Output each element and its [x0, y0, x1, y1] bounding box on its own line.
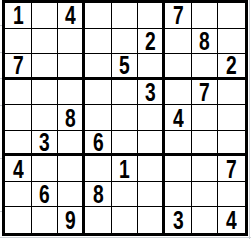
cell-r4c5[interactable] [112, 80, 139, 106]
given-digit: 3 [145, 80, 156, 105]
cell-r2c5[interactable] [112, 29, 139, 55]
given-digit: 4 [65, 3, 76, 28]
cell-r9c8[interactable] [192, 207, 219, 233]
cell-r6c6[interactable] [138, 131, 165, 157]
cell-r6c7[interactable] [165, 131, 192, 157]
cell-r6c8[interactable] [192, 131, 219, 157]
cell-r5c1[interactable] [5, 105, 32, 131]
given-digit: 8 [92, 182, 103, 207]
cell-r7c4[interactable] [85, 156, 112, 182]
cell-r3c4[interactable] [85, 54, 112, 80]
sudoku-page: 1472875237843641768934 [0, 0, 251, 239]
cell-r2c3[interactable] [58, 29, 85, 55]
cell-r3c6[interactable] [138, 54, 165, 80]
cell-r6c1[interactable] [5, 131, 32, 157]
cell-r1c2[interactable] [32, 3, 59, 29]
cell-r4c4[interactable] [85, 80, 112, 106]
cell-r6c2[interactable]: 3 [32, 131, 59, 157]
given-digit: 4 [172, 105, 183, 130]
cell-r8c9[interactable] [218, 182, 245, 208]
cell-r8c3[interactable] [58, 182, 85, 208]
cell-r5c7[interactable]: 4 [165, 105, 192, 131]
cell-r1c9[interactable] [218, 3, 245, 29]
cell-r5c9[interactable] [218, 105, 245, 131]
given-digit: 7 [199, 80, 210, 105]
cell-r1c3[interactable]: 4 [58, 3, 85, 29]
cell-r1c4[interactable] [85, 3, 112, 29]
cell-r4c3[interactable] [58, 80, 85, 106]
cell-r4c6[interactable]: 3 [138, 80, 165, 106]
cell-r7c5[interactable]: 1 [112, 156, 139, 182]
background-grid-line-bottom [0, 237, 251, 238]
cell-r9c2[interactable] [32, 207, 59, 233]
cell-r5c3[interactable]: 8 [58, 105, 85, 131]
given-digit: 1 [12, 3, 23, 28]
cell-r3c3[interactable] [58, 54, 85, 80]
cell-r9c6[interactable] [138, 207, 165, 233]
cell-r4c1[interactable] [5, 80, 32, 106]
cell-r1c5[interactable] [112, 3, 139, 29]
given-digit: 7 [226, 156, 237, 181]
cell-r8c2[interactable]: 6 [32, 182, 59, 208]
cell-r1c7[interactable]: 7 [165, 3, 192, 29]
cell-r5c2[interactable] [32, 105, 59, 131]
given-digit: 5 [119, 54, 130, 78]
cell-r8c5[interactable] [112, 182, 139, 208]
cell-r4c7[interactable] [165, 80, 192, 106]
cell-r8c4[interactable]: 8 [85, 182, 112, 208]
cell-r9c5[interactable] [112, 207, 139, 233]
cell-r5c6[interactable] [138, 105, 165, 131]
cell-r9c7[interactable]: 3 [165, 207, 192, 233]
cell-r6c5[interactable] [112, 131, 139, 157]
given-digit: 4 [226, 207, 237, 233]
given-digit: 3 [39, 131, 50, 155]
cell-r4c8[interactable]: 7 [192, 80, 219, 106]
cell-r7c7[interactable] [165, 156, 192, 182]
cell-r2c6[interactable]: 2 [138, 29, 165, 55]
given-digit: 4 [12, 156, 23, 181]
cell-r3c1[interactable]: 7 [5, 54, 32, 80]
cell-r3c5[interactable]: 5 [112, 54, 139, 80]
cell-r9c1[interactable] [5, 207, 32, 233]
cell-r7c9[interactable]: 7 [218, 156, 245, 182]
background-grid-line-right [249, 0, 250, 239]
cell-r8c7[interactable] [165, 182, 192, 208]
given-digit: 8 [199, 29, 210, 54]
given-digit: 6 [39, 182, 50, 207]
cell-r7c3[interactable] [58, 156, 85, 182]
cell-r3c8[interactable] [192, 54, 219, 80]
given-digit: 2 [226, 54, 237, 78]
given-digit: 3 [172, 207, 183, 233]
cell-r5c4[interactable] [85, 105, 112, 131]
given-digit: 7 [12, 54, 23, 78]
cell-r7c8[interactable] [192, 156, 219, 182]
sudoku-board: 1472875237843641768934 [2, 0, 248, 236]
cell-r4c9[interactable] [218, 80, 245, 106]
cell-r7c2[interactable] [32, 156, 59, 182]
cell-r1c8[interactable] [192, 3, 219, 29]
cell-r6c3[interactable] [58, 131, 85, 157]
cell-r6c9[interactable] [218, 131, 245, 157]
given-digit: 2 [145, 29, 156, 54]
given-digit: 1 [119, 156, 130, 181]
cell-r1c1[interactable]: 1 [5, 3, 32, 29]
cell-r9c3[interactable]: 9 [58, 207, 85, 233]
cell-r2c1[interactable] [5, 29, 32, 55]
cell-r9c9[interactable]: 4 [218, 207, 245, 233]
cell-r2c4[interactable] [85, 29, 112, 55]
given-digit: 7 [172, 3, 183, 28]
cell-r2c2[interactable] [32, 29, 59, 55]
given-digit: 8 [65, 105, 76, 130]
cell-r5c5[interactable] [112, 105, 139, 131]
cell-r5c8[interactable] [192, 105, 219, 131]
given-digit: 6 [92, 131, 103, 155]
cell-r1c6[interactable] [138, 3, 165, 29]
cell-r3c9[interactable]: 2 [218, 54, 245, 80]
cell-r8c6[interactable] [138, 182, 165, 208]
cell-r8c1[interactable] [5, 182, 32, 208]
cell-r3c7[interactable] [165, 54, 192, 80]
cell-r9c4[interactable] [85, 207, 112, 233]
cell-r8c8[interactable] [192, 182, 219, 208]
cell-r2c8[interactable]: 8 [192, 29, 219, 55]
given-digit: 9 [65, 207, 76, 233]
cell-r2c9[interactable] [218, 29, 245, 55]
cell-r4c2[interactable] [32, 80, 59, 106]
cell-r3c2[interactable] [32, 54, 59, 80]
cell-r7c6[interactable] [138, 156, 165, 182]
cell-r2c7[interactable] [165, 29, 192, 55]
cell-r7c1[interactable]: 4 [5, 156, 32, 182]
cell-r6c4[interactable]: 6 [85, 131, 112, 157]
